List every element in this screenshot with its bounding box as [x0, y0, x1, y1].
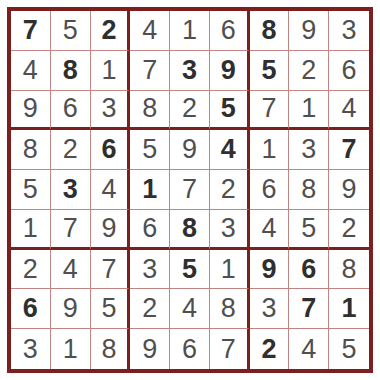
cell-r3c1[interactable]: 9: [11, 91, 51, 131]
cell-r9c6[interactable]: 7: [210, 329, 250, 369]
cell-r3c5[interactable]: 2: [170, 91, 210, 131]
cell-r6c8[interactable]: 5: [289, 210, 329, 250]
cell-r6c5[interactable]: 8: [170, 210, 210, 250]
cell-r6c4[interactable]: 6: [130, 210, 170, 250]
cell-r8c4[interactable]: 2: [130, 289, 170, 329]
cell-r7c9[interactable]: 8: [329, 250, 369, 290]
cell-r1c1[interactable]: 7: [11, 11, 51, 51]
cell-r2c3[interactable]: 1: [91, 51, 131, 91]
cell-r4c9[interactable]: 7: [329, 130, 369, 170]
cell-r2c5[interactable]: 3: [170, 51, 210, 91]
cell-r7c3[interactable]: 7: [91, 250, 131, 290]
cell-r2c1[interactable]: 4: [11, 51, 51, 91]
cell-r5c9[interactable]: 9: [329, 170, 369, 210]
cell-r3c2[interactable]: 6: [51, 91, 91, 131]
cell-r1c3[interactable]: 2: [91, 11, 131, 51]
cell-r1c9[interactable]: 3: [329, 11, 369, 51]
cell-r4c7[interactable]: 1: [250, 130, 290, 170]
cell-r5c4[interactable]: 1: [130, 170, 170, 210]
cell-r7c5[interactable]: 5: [170, 250, 210, 290]
cell-r5c1[interactable]: 5: [11, 170, 51, 210]
cell-r1c8[interactable]: 9: [289, 11, 329, 51]
cell-r9c9[interactable]: 5: [329, 329, 369, 369]
cell-r7c8[interactable]: 6: [289, 250, 329, 290]
cell-r8c6[interactable]: 8: [210, 289, 250, 329]
cell-r4c6[interactable]: 4: [210, 130, 250, 170]
cell-r9c1[interactable]: 3: [11, 329, 51, 369]
cell-r2c6[interactable]: 9: [210, 51, 250, 91]
sudoku-board-frame: 7524168934817395269638257148265941375341…: [0, 0, 380, 380]
cell-r3c9[interactable]: 4: [329, 91, 369, 131]
cell-r7c1[interactable]: 2: [11, 250, 51, 290]
cell-r7c7[interactable]: 9: [250, 250, 290, 290]
cell-r4c2[interactable]: 2: [51, 130, 91, 170]
cell-r3c3[interactable]: 3: [91, 91, 131, 131]
cell-r5c7[interactable]: 6: [250, 170, 290, 210]
cell-r1c5[interactable]: 1: [170, 11, 210, 51]
cell-r2c9[interactable]: 6: [329, 51, 369, 91]
cell-r5c2[interactable]: 3: [51, 170, 91, 210]
cell-r8c8[interactable]: 7: [289, 289, 329, 329]
cell-r6c6[interactable]: 3: [210, 210, 250, 250]
cell-r2c4[interactable]: 7: [130, 51, 170, 91]
cell-r5c8[interactable]: 8: [289, 170, 329, 210]
cell-r1c2[interactable]: 5: [51, 11, 91, 51]
cell-r9c8[interactable]: 4: [289, 329, 329, 369]
cell-r2c2[interactable]: 8: [51, 51, 91, 91]
cell-r5c3[interactable]: 4: [91, 170, 131, 210]
cell-r9c2[interactable]: 1: [51, 329, 91, 369]
cell-r8c5[interactable]: 4: [170, 289, 210, 329]
cell-r5c5[interactable]: 7: [170, 170, 210, 210]
cell-r2c8[interactable]: 2: [289, 51, 329, 91]
cell-r4c4[interactable]: 5: [130, 130, 170, 170]
cell-r1c7[interactable]: 8: [250, 11, 290, 51]
cell-r3c6[interactable]: 5: [210, 91, 250, 131]
cell-r7c4[interactable]: 3: [130, 250, 170, 290]
cell-r8c2[interactable]: 9: [51, 289, 91, 329]
cell-r7c6[interactable]: 1: [210, 250, 250, 290]
cell-r8c7[interactable]: 3: [250, 289, 290, 329]
cell-r2c7[interactable]: 5: [250, 51, 290, 91]
cell-r1c4[interactable]: 4: [130, 11, 170, 51]
cell-r3c7[interactable]: 7: [250, 91, 290, 131]
sudoku-grid: 7524168934817395269638257148265941375341…: [7, 7, 373, 373]
cell-r4c8[interactable]: 3: [289, 130, 329, 170]
cell-r4c5[interactable]: 9: [170, 130, 210, 170]
cell-r9c3[interactable]: 8: [91, 329, 131, 369]
cell-r6c1[interactable]: 1: [11, 210, 51, 250]
cell-r4c3[interactable]: 6: [91, 130, 131, 170]
cell-r6c9[interactable]: 2: [329, 210, 369, 250]
cell-r3c4[interactable]: 8: [130, 91, 170, 131]
cell-r5c6[interactable]: 2: [210, 170, 250, 210]
cell-r8c1[interactable]: 6: [11, 289, 51, 329]
cell-r9c5[interactable]: 6: [170, 329, 210, 369]
cell-r6c3[interactable]: 9: [91, 210, 131, 250]
cell-r9c7[interactable]: 2: [250, 329, 290, 369]
cell-r1c6[interactable]: 6: [210, 11, 250, 51]
cell-r3c8[interactable]: 1: [289, 91, 329, 131]
cell-r7c2[interactable]: 4: [51, 250, 91, 290]
cell-r6c7[interactable]: 4: [250, 210, 290, 250]
cell-r6c2[interactable]: 7: [51, 210, 91, 250]
cell-r8c3[interactable]: 5: [91, 289, 131, 329]
cell-r4c1[interactable]: 8: [11, 130, 51, 170]
cell-r8c9[interactable]: 1: [329, 289, 369, 329]
cell-r9c4[interactable]: 9: [130, 329, 170, 369]
